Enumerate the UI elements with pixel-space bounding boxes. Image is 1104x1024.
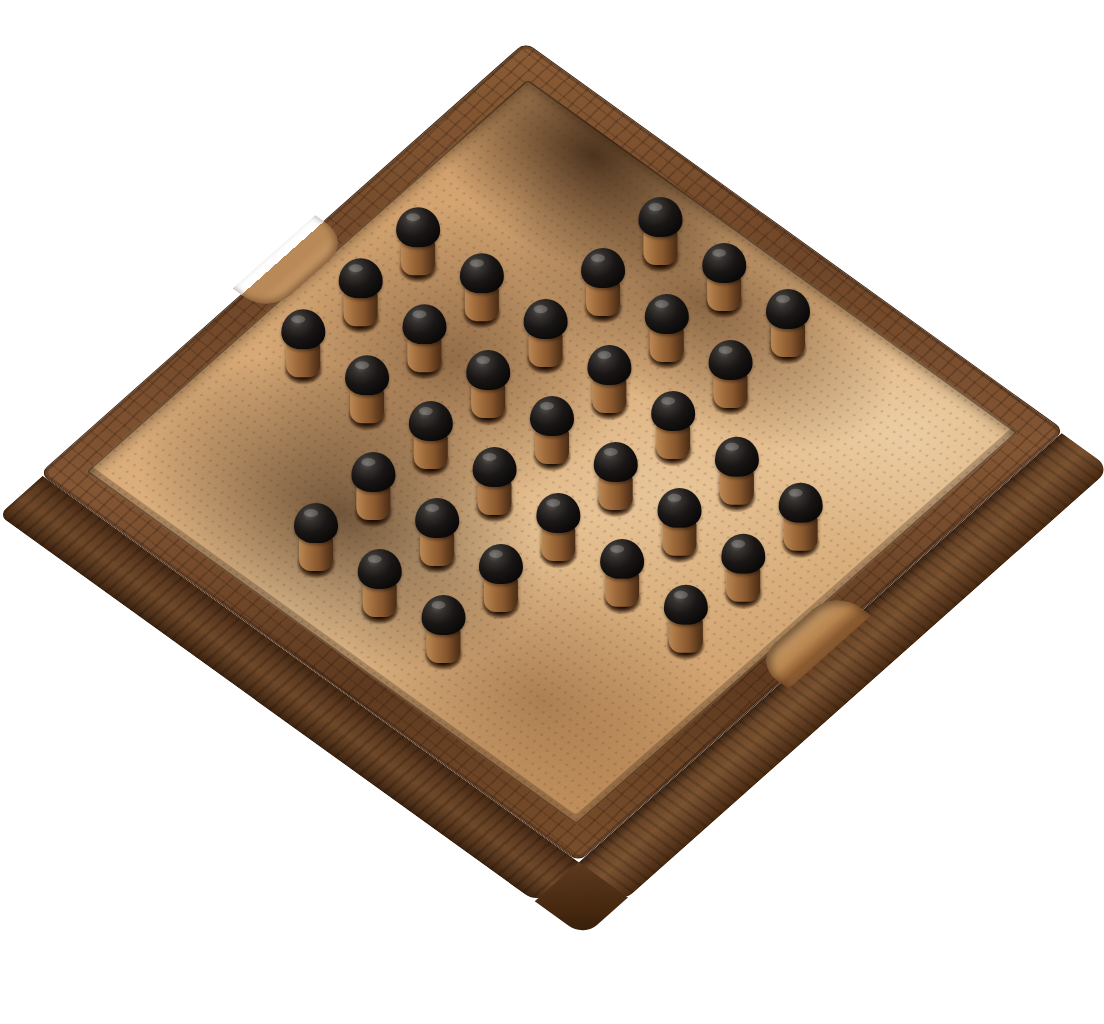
peg[interactable] (536, 493, 580, 561)
peg[interactable] (281, 309, 325, 377)
peg[interactable] (645, 294, 689, 362)
peg-cap (600, 539, 644, 579)
peg[interactable] (715, 437, 759, 505)
peg-cap (658, 488, 702, 528)
peg-cap (479, 544, 523, 584)
peg-cap (524, 299, 568, 339)
peg[interactable] (587, 345, 631, 413)
peg-cap (651, 391, 695, 431)
peg[interactable] (422, 595, 466, 663)
peg[interactable] (358, 549, 402, 617)
peg-cap (664, 585, 708, 625)
peg-cap (473, 447, 517, 487)
peg-cap (345, 355, 389, 395)
peg-cap (339, 258, 383, 298)
peg-cap (466, 350, 510, 390)
peg-cap (294, 503, 338, 543)
peg[interactable] (779, 483, 823, 551)
peg[interactable] (721, 534, 765, 602)
peg[interactable] (530, 396, 574, 464)
peg-cap (587, 345, 631, 385)
peg-cap (281, 309, 325, 349)
peg[interactable] (594, 442, 638, 510)
peg[interactable] (658, 488, 702, 556)
peg-cap (460, 253, 504, 293)
peg-cap (415, 498, 459, 538)
peg[interactable] (479, 544, 523, 612)
peg-cap (422, 595, 466, 635)
peg[interactable] (460, 253, 504, 321)
peg[interactable] (409, 401, 453, 469)
peg-cap (645, 294, 689, 334)
peg-cap (530, 396, 574, 436)
peg-cap (779, 483, 823, 523)
peg-cap (409, 401, 453, 441)
peg-cap (721, 534, 765, 574)
peg[interactable] (473, 447, 517, 515)
peg[interactable] (709, 340, 753, 408)
peg[interactable] (351, 452, 395, 520)
peg-cap (709, 340, 753, 380)
peg[interactable] (345, 355, 389, 423)
peg-cap (766, 289, 810, 329)
peg[interactable] (766, 289, 810, 357)
peg-cap (536, 493, 580, 533)
peg[interactable] (651, 391, 695, 459)
peg[interactable] (396, 207, 440, 275)
peg-cap (351, 452, 395, 492)
peg-cap (581, 248, 625, 288)
peg[interactable] (638, 197, 682, 265)
peg-cap (638, 197, 682, 237)
peg[interactable] (294, 503, 338, 571)
peg[interactable] (524, 299, 568, 367)
peg-cap (396, 207, 440, 247)
peg-cap (715, 437, 759, 477)
photo-canvas (0, 0, 1104, 1024)
peg[interactable] (402, 304, 446, 372)
peg-cap (358, 549, 402, 589)
peg[interactable] (702, 243, 746, 311)
peg-cap (594, 442, 638, 482)
peg[interactable] (415, 498, 459, 566)
peg[interactable] (664, 585, 708, 653)
solitaire-board (39, 42, 1064, 862)
peg-cap (702, 243, 746, 283)
peg[interactable] (339, 258, 383, 326)
peg-cap (402, 304, 446, 344)
peg[interactable] (466, 350, 510, 418)
peg[interactable] (600, 539, 644, 607)
peg[interactable] (581, 248, 625, 316)
